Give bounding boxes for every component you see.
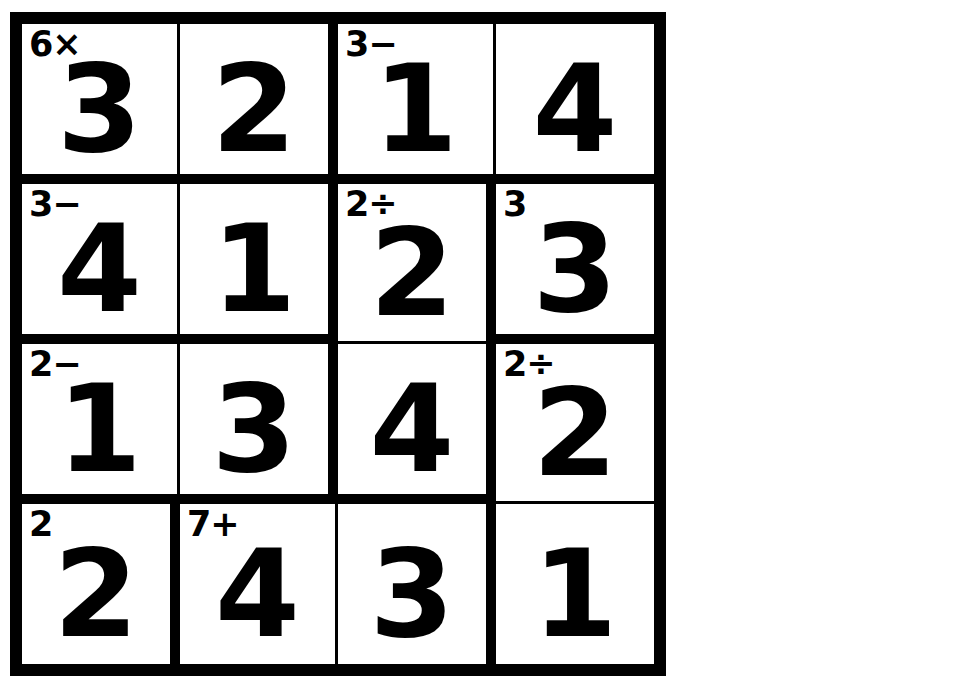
cell-r0c0[interactable]: 6×3 — [22, 24, 180, 184]
cell-value: 2 — [22, 514, 170, 674]
kenken-board: 6×323−143−412÷2332−1342÷2227+431 — [10, 12, 666, 676]
cell-r2c3[interactable]: 2÷2 — [496, 344, 654, 504]
cell-r3c1[interactable]: 7+4 — [180, 504, 338, 664]
cell-r2c2[interactable]: 4 — [338, 344, 496, 504]
cell-r0c3[interactable]: 4 — [496, 24, 654, 184]
cell-r3c3[interactable]: 1 — [496, 504, 654, 664]
cell-value: 3 — [338, 514, 486, 674]
cell-r3c0[interactable]: 22 — [22, 504, 180, 664]
cell-r0c2[interactable]: 3−1 — [338, 24, 496, 184]
cell-value: 1 — [338, 34, 493, 184]
cell-value: 3 — [22, 34, 177, 184]
cell-value: 1 — [22, 354, 177, 504]
cell-value: 2 — [180, 34, 328, 184]
cell-value: 1 — [496, 514, 654, 674]
cell-value: 4 — [338, 354, 486, 504]
cell-value: 4 — [496, 34, 654, 184]
cell-r1c3[interactable]: 33 — [496, 184, 654, 344]
cell-r1c1[interactable]: 1 — [180, 184, 338, 344]
cell-value: 4 — [180, 514, 335, 674]
cell-r1c2[interactable]: 2÷2 — [338, 184, 496, 344]
cell-r1c0[interactable]: 3−4 — [22, 184, 180, 344]
cell-value: 3 — [496, 194, 654, 344]
cell-r2c0[interactable]: 2−1 — [22, 344, 180, 504]
cell-value: 2 — [496, 354, 654, 511]
cell-value: 1 — [180, 194, 328, 344]
cell-value: 2 — [338, 194, 486, 351]
cell-r2c1[interactable]: 3 — [180, 344, 338, 504]
cell-r0c1[interactable]: 2 — [180, 24, 338, 184]
cell-value: 4 — [22, 194, 177, 344]
cell-value: 3 — [180, 354, 328, 504]
page: 6×323−143−412÷2332−1342÷2227+431 — [0, 0, 960, 686]
cell-r3c2[interactable]: 3 — [338, 504, 496, 664]
